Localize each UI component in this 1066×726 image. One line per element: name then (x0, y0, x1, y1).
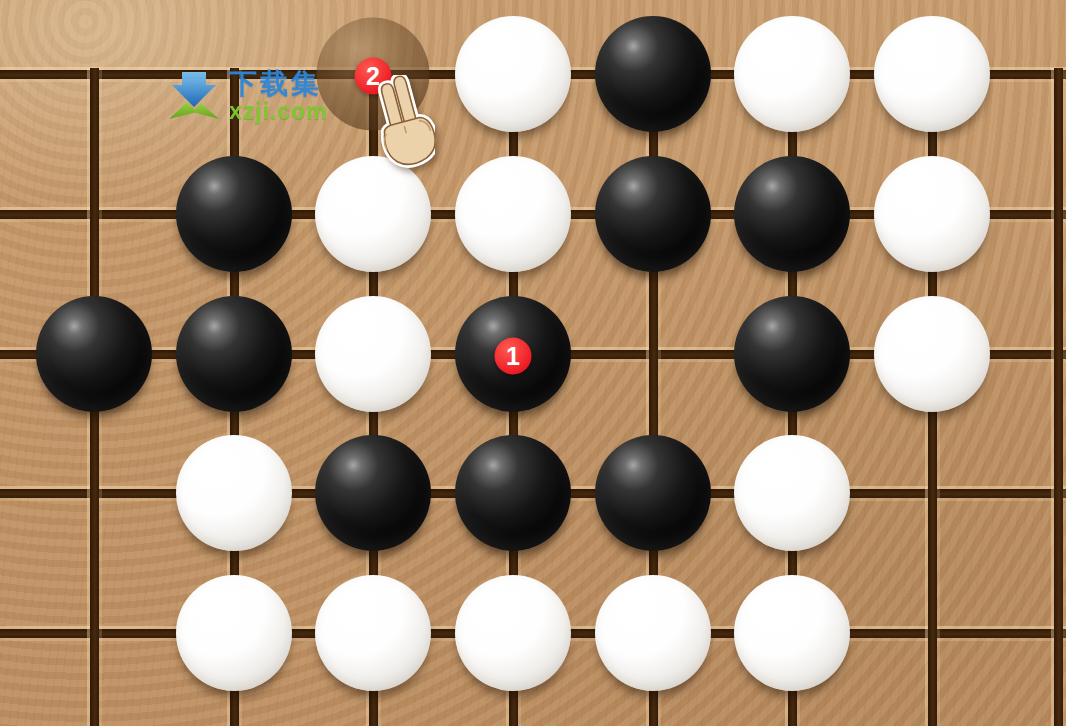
white-stone[interactable] (455, 156, 571, 272)
black-stone[interactable] (36, 296, 152, 412)
watermark: 下载集 xzji.com (166, 70, 328, 123)
hand-cursor-icon (371, 75, 435, 171)
white-stone[interactable] (455, 575, 571, 691)
black-stone[interactable] (734, 156, 850, 272)
black-stone[interactable] (595, 156, 711, 272)
white-stone[interactable] (595, 575, 711, 691)
go-board[interactable]: 12 下载集 xzji.com (0, 0, 1066, 726)
white-stone[interactable] (734, 575, 850, 691)
white-stone[interactable] (874, 156, 990, 272)
watermark-title: 下载集 (229, 70, 328, 98)
black-stone[interactable] (455, 435, 571, 551)
white-stone[interactable] (176, 575, 292, 691)
black-stone[interactable] (734, 296, 850, 412)
watermark-logo-icon (166, 70, 222, 120)
white-stone[interactable] (874, 16, 990, 132)
white-stone[interactable] (315, 296, 431, 412)
white-stone[interactable] (734, 16, 850, 132)
black-stone[interactable] (595, 16, 711, 132)
white-stone[interactable] (874, 296, 990, 412)
white-stone[interactable] (315, 575, 431, 691)
white-stone[interactable] (455, 16, 571, 132)
white-stone[interactable] (734, 435, 850, 551)
white-stone[interactable] (315, 156, 431, 272)
white-stone[interactable] (176, 435, 292, 551)
black-stone[interactable] (595, 435, 711, 551)
watermark-subtitle: xzji.com (229, 100, 328, 123)
move-badge-1: 1 (495, 338, 532, 375)
grid-line-vertical (1054, 68, 1063, 726)
black-stone[interactable] (176, 156, 292, 272)
black-stone[interactable] (315, 435, 431, 551)
black-stone[interactable] (176, 296, 292, 412)
